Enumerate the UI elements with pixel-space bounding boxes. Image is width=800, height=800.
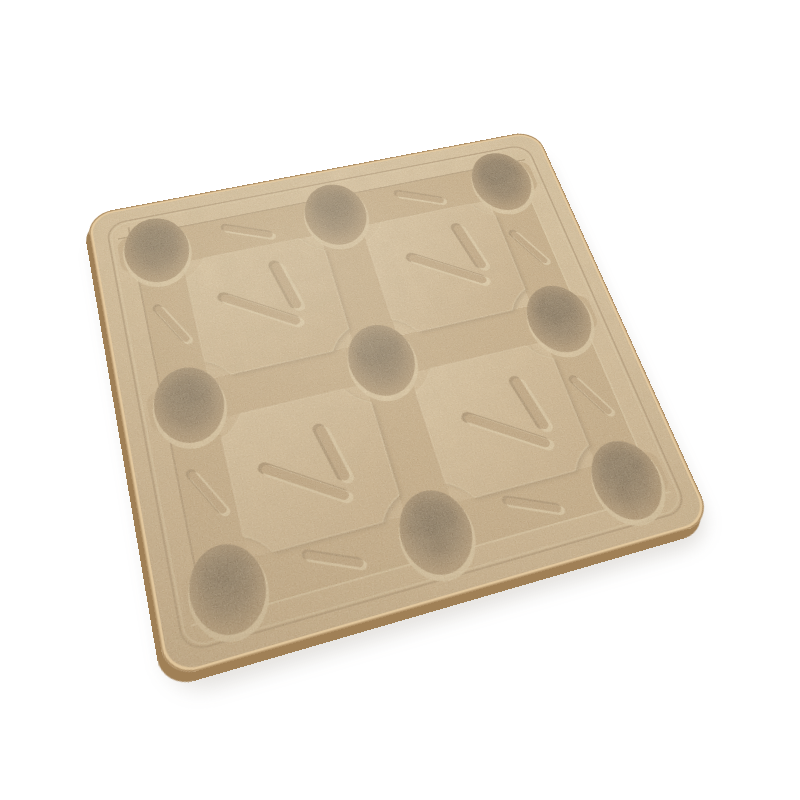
product-photo xyxy=(0,0,800,800)
presswood-pallet xyxy=(86,130,713,680)
wood-grain-texture xyxy=(86,130,713,680)
